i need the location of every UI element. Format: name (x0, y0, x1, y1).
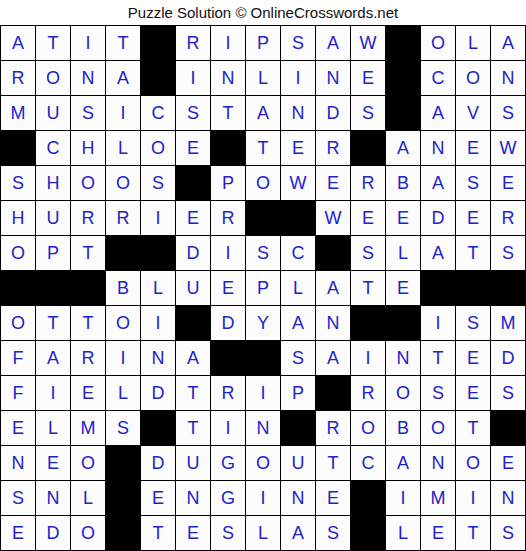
letter-cell: T (71, 236, 106, 271)
black-cell (316, 236, 351, 271)
letter-cell: U (176, 271, 211, 306)
letter-cell: C (141, 96, 176, 131)
puzzle-solution-page: Puzzle Solution © OnlineCrosswords.net A… (0, 0, 526, 551)
black-cell (421, 271, 456, 306)
letter-cell: P (246, 271, 281, 306)
letter-cell: D (176, 236, 211, 271)
letter-cell: I (176, 61, 211, 96)
letter-cell: G (211, 446, 246, 481)
letter-cell: A (246, 96, 281, 131)
letter-cell: D (141, 376, 176, 411)
letter-cell: L (36, 411, 71, 446)
letter-cell: E (386, 201, 421, 236)
letter-cell: M (71, 411, 106, 446)
letter-cell: M (1, 96, 36, 131)
letter-cell: O (456, 61, 491, 96)
letter-cell: I (106, 341, 141, 376)
black-cell (141, 26, 176, 61)
letter-cell: L (106, 131, 141, 166)
black-cell (106, 516, 141, 551)
letter-cell: E (491, 166, 526, 201)
letter-cell: O (106, 166, 141, 201)
letter-cell: D (141, 446, 176, 481)
letter-cell: E (71, 376, 106, 411)
letter-cell: E (421, 516, 456, 551)
letter-cell: F (1, 376, 36, 411)
black-cell (316, 376, 351, 411)
letter-cell: V (456, 96, 491, 131)
black-cell (386, 26, 421, 61)
letter-cell: N (421, 131, 456, 166)
black-cell (246, 341, 281, 376)
letter-cell: Y (246, 306, 281, 341)
letter-cell: U (281, 446, 316, 481)
letter-cell: E (176, 516, 211, 551)
letter-cell: A (421, 166, 456, 201)
letter-cell: I (211, 236, 246, 271)
letter-cell: E (281, 131, 316, 166)
letter-cell: I (211, 411, 246, 446)
letter-cell: N (316, 306, 351, 341)
letter-cell: T (351, 271, 386, 306)
letter-cell: U (36, 96, 71, 131)
letter-cell: N (1, 446, 36, 481)
letter-cell: L (141, 271, 176, 306)
letter-cell: E (456, 341, 491, 376)
black-cell (456, 271, 491, 306)
letter-cell: A (316, 271, 351, 306)
crossword-grid: ATITRIPSAWOLARONAINLINECONMUSICSTANDSAVS… (0, 25, 526, 551)
black-cell (141, 61, 176, 96)
letter-cell: T (246, 131, 281, 166)
letter-cell: E (386, 271, 421, 306)
letter-cell: P (36, 236, 71, 271)
letter-cell: H (1, 201, 36, 236)
letter-cell: S (281, 26, 316, 61)
letter-cell: T (71, 306, 106, 341)
letter-cell: S (246, 236, 281, 271)
letter-cell: S (456, 166, 491, 201)
black-cell (36, 271, 71, 306)
letter-cell: R (176, 26, 211, 61)
black-cell (491, 271, 526, 306)
letter-cell: O (246, 446, 281, 481)
letter-cell: R (351, 166, 386, 201)
letter-cell: P (281, 376, 316, 411)
letter-cell: E (211, 271, 246, 306)
black-cell (281, 201, 316, 236)
letter-cell: E (351, 201, 386, 236)
letter-cell: S (1, 166, 36, 201)
letter-cell: L (106, 376, 141, 411)
letter-cell: T (106, 26, 141, 61)
letter-cell: R (316, 131, 351, 166)
letter-cell: R (106, 201, 141, 236)
letter-cell: B (386, 411, 421, 446)
letter-cell: I (141, 306, 176, 341)
letter-cell: O (246, 166, 281, 201)
letter-cell: N (281, 481, 316, 516)
letter-cell: U (176, 446, 211, 481)
letter-cell: B (386, 166, 421, 201)
letter-cell: E (36, 446, 71, 481)
letter-cell: A (281, 306, 316, 341)
letter-cell: T (316, 446, 351, 481)
letter-cell: T (456, 516, 491, 551)
letter-cell: I (246, 376, 281, 411)
letter-cell: E (176, 201, 211, 236)
letter-cell: S (316, 516, 351, 551)
letter-cell: R (211, 376, 246, 411)
page-title: Puzzle Solution © OnlineCrosswords.net (0, 0, 526, 25)
letter-cell: M (491, 306, 526, 341)
letter-cell: L (386, 516, 421, 551)
letter-cell: O (386, 376, 421, 411)
letter-cell: E (456, 376, 491, 411)
black-cell (211, 341, 246, 376)
letter-cell: C (351, 446, 386, 481)
letter-cell: A (386, 446, 421, 481)
black-cell (351, 306, 386, 341)
black-cell (106, 446, 141, 481)
letter-cell: O (1, 306, 36, 341)
letter-cell: E (456, 131, 491, 166)
letter-cell: R (1, 61, 36, 96)
letter-cell: N (421, 446, 456, 481)
black-cell (351, 516, 386, 551)
letter-cell: I (211, 26, 246, 61)
black-cell (386, 96, 421, 131)
letter-cell: C (421, 61, 456, 96)
letter-cell: R (316, 411, 351, 446)
letter-cell: G (211, 481, 246, 516)
letter-cell: S (1, 481, 36, 516)
letter-cell: N (491, 61, 526, 96)
letter-cell: O (351, 411, 386, 446)
letter-cell: E (316, 481, 351, 516)
letter-cell: N (141, 341, 176, 376)
letter-cell: N (176, 481, 211, 516)
letter-cell: S (491, 376, 526, 411)
letter-cell: S (491, 96, 526, 131)
letter-cell: S (491, 516, 526, 551)
letter-cell: D (36, 516, 71, 551)
black-cell (1, 131, 36, 166)
letter-cell: W (281, 166, 316, 201)
letter-cell: I (281, 61, 316, 96)
letter-cell: N (386, 341, 421, 376)
letter-cell: S (211, 516, 246, 551)
letter-cell: W (316, 201, 351, 236)
letter-cell: O (421, 26, 456, 61)
letter-cell: N (211, 61, 246, 96)
letter-cell: L (71, 481, 106, 516)
letter-cell: O (421, 411, 456, 446)
letter-cell: N (246, 411, 281, 446)
letter-cell: S (281, 341, 316, 376)
letter-cell: M (421, 481, 456, 516)
letter-cell: O (106, 306, 141, 341)
letter-cell: P (246, 26, 281, 61)
letter-cell: R (351, 376, 386, 411)
black-cell (246, 201, 281, 236)
letter-cell: T (36, 306, 71, 341)
black-cell (351, 131, 386, 166)
letter-cell: S (351, 96, 386, 131)
letter-cell: D (421, 201, 456, 236)
letter-cell: W (491, 131, 526, 166)
letter-cell: O (1, 236, 36, 271)
letter-cell: F (1, 341, 36, 376)
letter-cell: O (141, 131, 176, 166)
letter-cell: A (491, 26, 526, 61)
letter-cell: E (491, 446, 526, 481)
letter-cell: L (386, 236, 421, 271)
letter-cell: T (211, 96, 246, 131)
black-cell (106, 236, 141, 271)
letter-cell: C (281, 236, 316, 271)
letter-cell: O (36, 61, 71, 96)
black-cell (386, 306, 421, 341)
letter-cell: H (71, 131, 106, 166)
black-cell (176, 306, 211, 341)
letter-cell: N (316, 61, 351, 96)
letter-cell: L (246, 516, 281, 551)
black-cell (351, 481, 386, 516)
letter-cell: L (281, 271, 316, 306)
letter-cell: A (316, 26, 351, 61)
black-cell (141, 411, 176, 446)
letter-cell: T (421, 341, 456, 376)
letter-cell: T (176, 411, 211, 446)
letter-cell: R (491, 201, 526, 236)
letter-cell: D (491, 341, 526, 376)
letter-cell: U (36, 201, 71, 236)
letter-cell: O (71, 516, 106, 551)
letter-cell: E (456, 201, 491, 236)
letter-cell: A (176, 341, 211, 376)
letter-cell: L (246, 61, 281, 96)
letter-cell: E (1, 516, 36, 551)
letter-cell: D (211, 306, 246, 341)
black-cell (1, 271, 36, 306)
black-cell (71, 271, 106, 306)
letter-cell: S (456, 306, 491, 341)
black-cell (386, 61, 421, 96)
letter-cell: R (71, 341, 106, 376)
letter-cell: A (316, 341, 351, 376)
letter-cell: O (71, 446, 106, 481)
letter-cell: D (316, 96, 351, 131)
letter-cell: S (106, 411, 141, 446)
letter-cell: R (71, 201, 106, 236)
letter-cell: E (1, 411, 36, 446)
black-cell (491, 411, 526, 446)
letter-cell: N (491, 481, 526, 516)
letter-cell: E (316, 166, 351, 201)
letter-cell: A (421, 96, 456, 131)
letter-cell: I (71, 26, 106, 61)
letter-cell: T (141, 516, 176, 551)
black-cell (106, 481, 141, 516)
letter-cell: C (36, 131, 71, 166)
letter-cell: I (456, 481, 491, 516)
letter-cell: I (421, 306, 456, 341)
letter-cell: I (351, 341, 386, 376)
black-cell (176, 166, 211, 201)
letter-cell: S (141, 166, 176, 201)
letter-cell: E (351, 61, 386, 96)
letter-cell: P (211, 166, 246, 201)
letter-cell: N (71, 61, 106, 96)
letter-cell: I (386, 481, 421, 516)
letter-cell: R (211, 201, 246, 236)
letter-cell: B (106, 271, 141, 306)
letter-cell: A (36, 341, 71, 376)
letter-cell: H (36, 166, 71, 201)
letter-cell: O (71, 166, 106, 201)
letter-cell: I (246, 481, 281, 516)
letter-cell: S (71, 96, 106, 131)
letter-cell: E (141, 481, 176, 516)
letter-cell: A (386, 131, 421, 166)
letter-cell: N (36, 481, 71, 516)
letter-cell: A (281, 516, 316, 551)
letter-cell: I (141, 201, 176, 236)
letter-cell: T (456, 236, 491, 271)
letter-cell: A (1, 26, 36, 61)
black-cell (211, 131, 246, 166)
letter-cell: S (176, 96, 211, 131)
letter-cell: T (456, 411, 491, 446)
letter-cell: T (176, 376, 211, 411)
letter-cell: I (36, 376, 71, 411)
letter-cell: I (106, 96, 141, 131)
letter-cell: S (351, 236, 386, 271)
letter-cell: T (36, 26, 71, 61)
letter-cell: L (456, 26, 491, 61)
letter-cell: O (456, 446, 491, 481)
letter-cell: E (176, 131, 211, 166)
letter-cell: N (281, 96, 316, 131)
letter-cell: S (491, 236, 526, 271)
letter-cell: A (106, 61, 141, 96)
black-cell (141, 236, 176, 271)
letter-cell: A (421, 236, 456, 271)
black-cell (281, 411, 316, 446)
letter-cell: S (421, 376, 456, 411)
letter-cell: W (351, 26, 386, 61)
